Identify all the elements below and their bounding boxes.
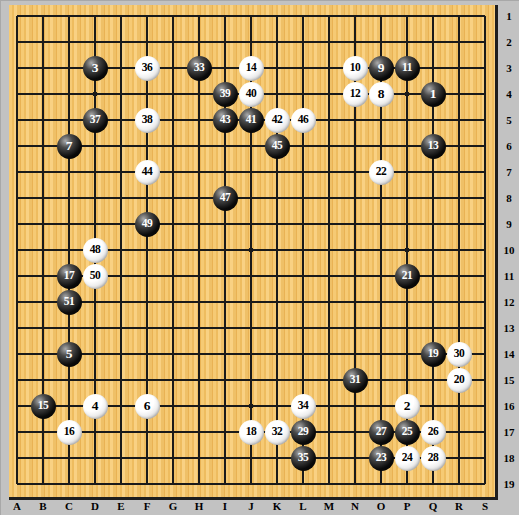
white-stone-move-48[interactable]: 48 [83,238,108,263]
intersection-D11: 50 [82,263,108,289]
intersection-F16: 6 [134,393,160,419]
black-stone-move-27[interactable]: 27 [369,420,394,445]
black-stone-move-13[interactable]: 13 [421,134,446,159]
black-stone-move-39[interactable]: 39 [213,82,238,107]
black-stone-move-49[interactable]: 49 [135,212,160,237]
col-label-E: E [108,499,134,514]
intersection-I8: 47 [212,185,238,211]
white-stone-move-12[interactable]: 12 [343,82,368,107]
intersection-L16: 34 [290,393,316,419]
black-stone-move-1[interactable]: 1 [421,82,446,107]
white-stone-move-50[interactable]: 50 [83,264,108,289]
intersection-O17: 27 [368,419,394,445]
black-stone-move-5[interactable]: 5 [57,342,82,367]
black-stone-move-19[interactable]: 19 [421,342,446,367]
col-label-I: I [212,499,238,514]
intersection-P3: 11 [394,55,420,81]
col-label-G: G [160,499,186,514]
row-label-6: 6 [499,133,519,159]
white-stone-move-22[interactable]: 22 [369,160,394,185]
window-background: 1234567891011121314151617181920212223242… [0,0,519,515]
row-label-14: 14 [499,341,519,367]
row-label-19: 19 [499,471,519,497]
white-stone-move-40[interactable]: 40 [239,82,264,107]
intersection-K17: 32 [264,419,290,445]
black-stone-move-33[interactable]: 33 [187,56,212,81]
intersection-H3: 33 [186,55,212,81]
row-labels: 12345678910111213141516171819 [499,3,519,497]
white-stone-move-28[interactable]: 28 [421,446,446,471]
intersection-F5: 38 [134,107,160,133]
intersection-P18: 24 [394,445,420,471]
col-label-M: M [316,499,342,514]
col-label-C: C [56,499,82,514]
stones-layer: 1234567891011121314151617181920212223242… [4,3,498,497]
row-label-9: 9 [499,211,519,237]
intersection-O3: 9 [368,55,394,81]
black-stone-move-35[interactable]: 35 [291,446,316,471]
intersection-D5: 37 [82,107,108,133]
row-label-12: 12 [499,289,519,315]
intersection-C6: 7 [56,133,82,159]
white-stone-move-6[interactable]: 6 [135,394,160,419]
black-stone-move-31[interactable]: 31 [343,368,368,393]
col-label-P: P [394,499,420,514]
col-label-R: R [446,499,472,514]
intersection-D10: 48 [82,237,108,263]
intersection-I4: 39 [212,81,238,107]
col-label-L: L [290,499,316,514]
white-stone-move-32[interactable]: 32 [265,420,290,445]
intersection-J17: 18 [238,419,264,445]
intersection-N3: 10 [342,55,368,81]
black-stone-move-23[interactable]: 23 [369,446,394,471]
intersection-D16: 4 [82,393,108,419]
col-label-B: B [30,499,56,514]
white-stone-move-34[interactable]: 34 [291,394,316,419]
col-label-F: F [134,499,160,514]
row-label-4: 4 [499,81,519,107]
intersection-N4: 12 [342,81,368,107]
intersection-Q4: 1 [420,81,446,107]
white-stone-move-24[interactable]: 24 [395,446,420,471]
white-stone-move-46[interactable]: 46 [291,108,316,133]
black-stone-move-7[interactable]: 7 [57,134,82,159]
intersection-C12: 51 [56,289,82,315]
black-stone-move-37[interactable]: 37 [83,108,108,133]
column-labels: ABCDEFGHIJKLMNOPQRS [4,499,498,514]
white-stone-move-20[interactable]: 20 [447,368,472,393]
intersection-P16: 2 [394,393,420,419]
white-stone-move-4[interactable]: 4 [83,394,108,419]
black-stone-move-3[interactable]: 3 [83,56,108,81]
intersection-O18: 23 [368,445,394,471]
white-stone-move-18[interactable]: 18 [239,420,264,445]
intersection-O4: 8 [368,81,394,107]
row-label-13: 13 [499,315,519,341]
row-label-16: 16 [499,393,519,419]
intersection-F7: 44 [134,159,160,185]
intersection-R14: 30 [446,341,472,367]
col-label-H: H [186,499,212,514]
black-stone-move-51[interactable]: 51 [57,290,82,315]
intersection-L5: 46 [290,107,316,133]
col-label-N: N [342,499,368,514]
black-stone-move-25[interactable]: 25 [395,420,420,445]
intersection-C14: 5 [56,341,82,367]
intersection-F3: 36 [134,55,160,81]
row-label-10: 10 [499,237,519,263]
white-stone-move-44[interactable]: 44 [135,160,160,185]
intersection-P17: 25 [394,419,420,445]
intersection-Q6: 13 [420,133,446,159]
white-stone-move-30[interactable]: 30 [447,342,472,367]
intersection-L17: 29 [290,419,316,445]
black-stone-move-47[interactable]: 47 [213,186,238,211]
row-label-7: 7 [499,159,519,185]
intersection-Q14: 19 [420,341,446,367]
col-label-A: A [4,499,30,514]
intersection-J4: 40 [238,81,264,107]
intersection-J3: 14 [238,55,264,81]
intersection-J5: 41 [238,107,264,133]
row-label-11: 11 [499,263,519,289]
white-stone-move-14[interactable]: 14 [239,56,264,81]
white-stone-move-26[interactable]: 26 [421,420,446,445]
white-stone-move-16[interactable]: 16 [57,420,82,445]
col-label-S: S [472,499,498,514]
row-label-17: 17 [499,419,519,445]
intersection-C11: 17 [56,263,82,289]
col-label-K: K [264,499,290,514]
row-label-2: 2 [499,29,519,55]
intersection-K6: 45 [264,133,290,159]
intersection-P11: 21 [394,263,420,289]
intersection-N15: 31 [342,367,368,393]
black-stone-move-17[interactable]: 17 [57,264,82,289]
intersection-L18: 35 [290,445,316,471]
white-stone-move-38[interactable]: 38 [135,108,160,133]
row-label-18: 18 [499,445,519,471]
black-stone-move-15[interactable]: 15 [31,394,56,419]
white-stone-move-36[interactable]: 36 [135,56,160,81]
intersection-B16: 15 [30,393,56,419]
black-stone-move-41[interactable]: 41 [239,108,264,133]
col-label-Q: Q [420,499,446,514]
white-stone-move-42[interactable]: 42 [265,108,290,133]
black-stone-move-43[interactable]: 43 [213,108,238,133]
black-stone-move-9[interactable]: 9 [369,56,394,81]
intersection-C17: 16 [56,419,82,445]
col-label-D: D [82,499,108,514]
intersection-D3: 3 [82,55,108,81]
black-stone-move-21[interactable]: 21 [395,264,420,289]
row-label-5: 5 [499,107,519,133]
intersection-F9: 49 [134,211,160,237]
row-label-1: 1 [499,3,519,29]
black-stone-move-45[interactable]: 45 [265,134,290,159]
col-label-O: O [368,499,394,514]
col-label-J: J [238,499,264,514]
white-stone-move-2[interactable]: 2 [395,394,420,419]
intersection-I5: 43 [212,107,238,133]
black-stone-move-11[interactable]: 11 [395,56,420,81]
row-label-3: 3 [499,55,519,81]
row-label-15: 15 [499,367,519,393]
white-stone-move-10[interactable]: 10 [343,56,368,81]
intersection-R15: 20 [446,367,472,393]
intersection-K5: 42 [264,107,290,133]
black-stone-move-29[interactable]: 29 [291,420,316,445]
white-stone-move-8[interactable]: 8 [369,82,394,107]
intersection-Q18: 28 [420,445,446,471]
intersection-O7: 22 [368,159,394,185]
row-label-8: 8 [499,185,519,211]
go-board[interactable]: 1234567891011121314151617181920212223242… [9,5,498,500]
intersection-Q17: 26 [420,419,446,445]
